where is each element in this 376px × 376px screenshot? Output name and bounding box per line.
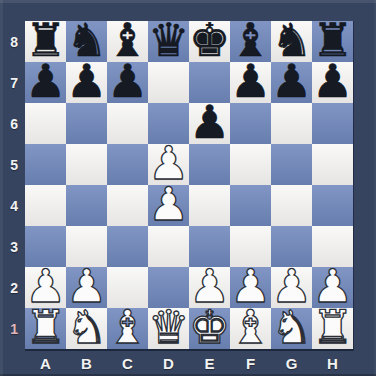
black-king-piece[interactable]: ♚ (189, 20, 230, 61)
square-b7[interactable]: ♟ (66, 62, 107, 103)
rank-labels: 87654321 (0, 21, 25, 349)
square-g4[interactable] (271, 185, 312, 226)
square-e4[interactable] (189, 185, 230, 226)
square-f5[interactable] (230, 144, 271, 185)
white-knight-piece[interactable]: ♞ (66, 307, 107, 348)
rank-label-4: 4 (0, 185, 25, 226)
square-d8[interactable]: ♛ (148, 21, 189, 62)
square-c3[interactable] (107, 226, 148, 267)
black-pawn-piece[interactable]: ♟ (66, 61, 107, 102)
file-label-c: C (107, 351, 148, 376)
white-king-piece[interactable]: ♚ (189, 307, 230, 348)
white-rook-piece[interactable]: ♜ (25, 307, 66, 348)
square-a5[interactable] (25, 144, 66, 185)
square-c6[interactable] (107, 103, 148, 144)
square-g5[interactable] (271, 144, 312, 185)
white-rook-piece[interactable]: ♜ (312, 307, 353, 348)
white-bishop-piece[interactable]: ♝ (107, 307, 148, 348)
square-f7[interactable]: ♟ (230, 62, 271, 103)
square-a7[interactable]: ♟ (25, 62, 66, 103)
board: ♜♞♝♛♚♝♞♜♟♟♟♟♟♟♟♟♟♟♟♟♟♟♟♜♞♝♛♚♝♞♜ (25, 21, 354, 351)
rank-label-3: 3 (0, 226, 25, 267)
square-a6[interactable] (25, 103, 66, 144)
black-pawn-piece[interactable]: ♟ (271, 61, 312, 102)
square-f1[interactable]: ♝ (230, 308, 271, 349)
square-d3[interactable] (148, 226, 189, 267)
rank-label-2: 2 (0, 267, 25, 308)
square-c7[interactable]: ♟ (107, 62, 148, 103)
file-label-b: B (66, 351, 107, 376)
square-h7[interactable]: ♟ (312, 62, 353, 103)
white-knight-piece[interactable]: ♞ (271, 307, 312, 348)
rank-label-8: 8 (0, 21, 25, 62)
file-label-d: D (148, 351, 189, 376)
square-f4[interactable] (230, 185, 271, 226)
square-e6[interactable]: ♟ (189, 103, 230, 144)
square-c5[interactable] (107, 144, 148, 185)
square-b4[interactable] (66, 185, 107, 226)
square-g1[interactable]: ♞ (271, 308, 312, 349)
square-h1[interactable]: ♜ (312, 308, 353, 349)
square-f6[interactable] (230, 103, 271, 144)
square-d1[interactable]: ♛ (148, 308, 189, 349)
file-label-g: G (271, 351, 312, 376)
black-pawn-piece[interactable]: ♟ (189, 102, 230, 143)
white-queen-piece[interactable]: ♛ (148, 307, 189, 348)
square-d7[interactable] (148, 62, 189, 103)
file-label-e: E (189, 351, 230, 376)
square-g6[interactable] (271, 103, 312, 144)
file-labels: ABCDEFGH (25, 351, 353, 376)
white-pawn-piece[interactable]: ♟ (148, 184, 189, 225)
square-e5[interactable] (189, 144, 230, 185)
square-g7[interactable]: ♟ (271, 62, 312, 103)
file-label-f: F (230, 351, 271, 376)
white-bishop-piece[interactable]: ♝ (230, 307, 271, 348)
square-b6[interactable] (66, 103, 107, 144)
square-e1[interactable]: ♚ (189, 308, 230, 349)
square-h4[interactable] (312, 185, 353, 226)
square-d4[interactable]: ♟ (148, 185, 189, 226)
black-pawn-piece[interactable]: ♟ (312, 61, 353, 102)
square-c1[interactable]: ♝ (107, 308, 148, 349)
rank-label-5: 5 (0, 144, 25, 185)
black-pawn-piece[interactable]: ♟ (230, 61, 271, 102)
black-pawn-piece[interactable]: ♟ (107, 61, 148, 102)
rank-label-7: 7 (0, 62, 25, 103)
square-b1[interactable]: ♞ (66, 308, 107, 349)
black-queen-piece[interactable]: ♛ (148, 20, 189, 61)
square-e8[interactable]: ♚ (189, 21, 230, 62)
rank-label-1: 1 (0, 308, 25, 349)
square-c4[interactable] (107, 185, 148, 226)
square-b5[interactable] (66, 144, 107, 185)
rank-label-6: 6 (0, 103, 25, 144)
black-pawn-piece[interactable]: ♟ (25, 61, 66, 102)
chess-board-frame: 87654321 ♜♞♝♛♚♝♞♜♟♟♟♟♟♟♟♟♟♟♟♟♟♟♟♜♞♝♛♚♝♞♜… (0, 0, 376, 376)
square-h6[interactable] (312, 103, 353, 144)
square-a4[interactable] (25, 185, 66, 226)
square-h5[interactable] (312, 144, 353, 185)
file-label-a: A (25, 351, 66, 376)
file-label-h: H (312, 351, 353, 376)
square-a1[interactable]: ♜ (25, 308, 66, 349)
